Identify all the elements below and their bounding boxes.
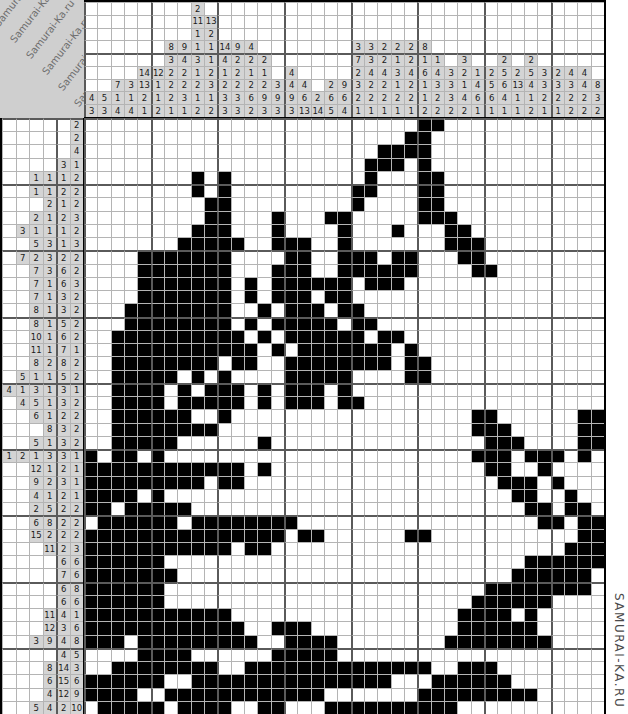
grid-cell[interactable]: [511, 264, 524, 277]
grid-cell[interactable]: [524, 383, 537, 396]
grid-cell[interactable]: [271, 436, 284, 449]
grid-cell[interactable]: [84, 317, 97, 330]
grid-cell[interactable]: [417, 356, 430, 369]
grid-cell[interactable]: [564, 343, 577, 356]
grid-cell[interactable]: [364, 224, 377, 237]
grid-cell[interactable]: [391, 423, 404, 436]
grid-cell[interactable]: [497, 317, 510, 330]
grid-cell[interactable]: [217, 184, 230, 197]
grid-cell[interactable]: [137, 330, 150, 343]
grid-cell[interactable]: [471, 582, 484, 595]
grid-cell[interactable]: [111, 330, 124, 343]
grid-cell[interactable]: [257, 635, 270, 648]
grid-cell[interactable]: [124, 462, 137, 475]
grid-cell[interactable]: [137, 197, 150, 210]
grid-cell[interactable]: [124, 648, 137, 661]
grid-cell[interactable]: [444, 317, 457, 330]
grid-cell[interactable]: [191, 423, 204, 436]
grid-cell[interactable]: [244, 197, 257, 210]
grid-cell[interactable]: [284, 396, 297, 409]
grid-cell[interactable]: [84, 184, 97, 197]
grid-cell[interactable]: [537, 515, 550, 528]
grid-cell[interactable]: [337, 595, 350, 608]
grid-cell[interactable]: [217, 158, 230, 171]
grid-cell[interactable]: [417, 237, 430, 250]
grid-cell[interactable]: [484, 502, 497, 515]
grid-cell[interactable]: [524, 303, 537, 316]
grid-cell[interactable]: [511, 197, 524, 210]
grid-cell[interactable]: [204, 648, 217, 661]
grid-cell[interactable]: [391, 568, 404, 581]
grid-cell[interactable]: [297, 118, 310, 131]
grid-cell[interactable]: [244, 330, 257, 343]
grid-cell[interactable]: [351, 330, 364, 343]
grid-cell[interactable]: [324, 674, 337, 687]
grid-cell[interactable]: [204, 515, 217, 528]
grid-cell[interactable]: [444, 356, 457, 369]
grid-cell[interactable]: [137, 621, 150, 634]
grid-cell[interactable]: [497, 529, 510, 542]
grid-cell[interactable]: [444, 449, 457, 462]
grid-cell[interactable]: [404, 370, 417, 383]
grid-cell[interactable]: [217, 462, 230, 475]
grid-cell[interactable]: [257, 436, 270, 449]
grid-cell[interactable]: [164, 409, 177, 422]
grid-cell[interactable]: [351, 436, 364, 449]
grid-cell[interactable]: [111, 688, 124, 701]
grid-cell[interactable]: [257, 476, 270, 489]
grid-cell[interactable]: [431, 674, 444, 687]
grid-cell[interactable]: [431, 476, 444, 489]
grid-cell[interactable]: [564, 701, 577, 714]
grid-cell[interactable]: [431, 383, 444, 396]
grid-cell[interactable]: [337, 290, 350, 303]
grid-cell[interactable]: [497, 502, 510, 515]
grid-cell[interactable]: [551, 674, 564, 687]
grid-cell[interactable]: [524, 621, 537, 634]
grid-cell[interactable]: [484, 250, 497, 263]
grid-cell[interactable]: [191, 264, 204, 277]
grid-cell[interactable]: [164, 264, 177, 277]
grid-cell[interactable]: [191, 489, 204, 502]
grid-cell[interactable]: [97, 224, 110, 237]
grid-cell[interactable]: [137, 290, 150, 303]
grid-cell[interactable]: [417, 489, 430, 502]
grid-cell[interactable]: [551, 489, 564, 502]
grid-cell[interactable]: [297, 158, 310, 171]
grid-cell[interactable]: [591, 688, 604, 701]
grid-cell[interactable]: [337, 648, 350, 661]
grid-cell[interactable]: [497, 250, 510, 263]
grid-cell[interactable]: [217, 489, 230, 502]
grid-cell[interactable]: [577, 396, 590, 409]
grid-cell[interactable]: [124, 582, 137, 595]
grid-cell[interactable]: [311, 290, 324, 303]
grid-cell[interactable]: [404, 555, 417, 568]
grid-cell[interactable]: [311, 621, 324, 634]
grid-cell[interactable]: [431, 555, 444, 568]
grid-cell[interactable]: [111, 555, 124, 568]
grid-cell[interactable]: [351, 383, 364, 396]
grid-cell[interactable]: [217, 688, 230, 701]
grid-cell[interactable]: [137, 661, 150, 674]
grid-cell[interactable]: [431, 436, 444, 449]
grid-cell[interactable]: [377, 303, 390, 316]
grid-cell[interactable]: [324, 476, 337, 489]
grid-cell[interactable]: [404, 118, 417, 131]
grid-cell[interactable]: [271, 608, 284, 621]
grid-cell[interactable]: [497, 449, 510, 462]
grid-cell[interactable]: [284, 582, 297, 595]
grid-cell[interactable]: [271, 542, 284, 555]
grid-cell[interactable]: [457, 290, 470, 303]
grid-cell[interactable]: [431, 317, 444, 330]
grid-cell[interactable]: [337, 396, 350, 409]
grid-cell[interactable]: [284, 423, 297, 436]
grid-cell[interactable]: [177, 648, 190, 661]
grid-cell[interactable]: [177, 356, 190, 369]
grid-cell[interactable]: [484, 144, 497, 157]
grid-cell[interactable]: [511, 515, 524, 528]
grid-cell[interactable]: [497, 131, 510, 144]
grid-cell[interactable]: [284, 317, 297, 330]
grid-cell[interactable]: [564, 356, 577, 369]
grid-cell[interactable]: [577, 330, 590, 343]
grid-cell[interactable]: [164, 224, 177, 237]
grid-cell[interactable]: [431, 661, 444, 674]
grid-cell[interactable]: [484, 290, 497, 303]
grid-cell[interactable]: [457, 224, 470, 237]
grid-cell[interactable]: [84, 237, 97, 250]
grid-cell[interactable]: [271, 635, 284, 648]
grid-cell[interactable]: [111, 423, 124, 436]
grid-cell[interactable]: [511, 502, 524, 515]
grid-cell[interactable]: [164, 131, 177, 144]
grid-cell[interactable]: [111, 197, 124, 210]
grid-cell[interactable]: [537, 264, 550, 277]
grid-cell[interactable]: [217, 595, 230, 608]
grid-cell[interactable]: [164, 303, 177, 316]
grid-cell[interactable]: [564, 635, 577, 648]
grid-cell[interactable]: [577, 197, 590, 210]
grid-cell[interactable]: [164, 330, 177, 343]
grid-cell[interactable]: [404, 529, 417, 542]
grid-cell[interactable]: [497, 489, 510, 502]
grid-cell[interactable]: [204, 330, 217, 343]
grid-cell[interactable]: [417, 343, 430, 356]
grid-cell[interactable]: [497, 476, 510, 489]
grid-cell[interactable]: [577, 688, 590, 701]
grid-cell[interactable]: [524, 674, 537, 687]
grid-cell[interactable]: [204, 237, 217, 250]
grid-cell[interactable]: [471, 144, 484, 157]
grid-cell[interactable]: [351, 515, 364, 528]
grid-cell[interactable]: [497, 370, 510, 383]
grid-cell[interactable]: [231, 436, 244, 449]
grid-cell[interactable]: [364, 356, 377, 369]
grid-cell[interactable]: [257, 356, 270, 369]
grid-cell[interactable]: [497, 330, 510, 343]
grid-cell[interactable]: [577, 489, 590, 502]
grid-cell[interactable]: [124, 529, 137, 542]
grid-cell[interactable]: [111, 476, 124, 489]
grid-cell[interactable]: [377, 144, 390, 157]
grid-cell[interactable]: [257, 264, 270, 277]
grid-cell[interactable]: [484, 542, 497, 555]
grid-cell[interactable]: [311, 674, 324, 687]
grid-cell[interactable]: [351, 171, 364, 184]
grid-cell[interactable]: [231, 118, 244, 131]
grid-cell[interactable]: [257, 158, 270, 171]
grid-cell[interactable]: [591, 184, 604, 197]
grid-cell[interactable]: [431, 423, 444, 436]
puzzle-grid[interactable]: [84, 118, 606, 714]
grid-cell[interactable]: [591, 502, 604, 515]
grid-cell[interactable]: [511, 171, 524, 184]
grid-cell[interactable]: [217, 330, 230, 343]
grid-cell[interactable]: [124, 621, 137, 634]
grid-cell[interactable]: [364, 171, 377, 184]
grid-cell[interactable]: [177, 184, 190, 197]
grid-cell[interactable]: [297, 582, 310, 595]
grid-cell[interactable]: [377, 555, 390, 568]
grid-cell[interactable]: [257, 290, 270, 303]
grid-cell[interactable]: [471, 224, 484, 237]
grid-cell[interactable]: [337, 383, 350, 396]
grid-cell[interactable]: [471, 515, 484, 528]
grid-cell[interactable]: [177, 515, 190, 528]
grid-cell[interactable]: [431, 568, 444, 581]
grid-cell[interactable]: [164, 674, 177, 687]
grid-cell[interactable]: [244, 582, 257, 595]
grid-cell[interactable]: [351, 184, 364, 197]
grid-cell[interactable]: [124, 330, 137, 343]
grid-cell[interactable]: [431, 131, 444, 144]
grid-cell[interactable]: [537, 529, 550, 542]
grid-cell[interactable]: [97, 674, 110, 687]
grid-cell[interactable]: [457, 383, 470, 396]
grid-cell[interactable]: [284, 264, 297, 277]
grid-cell[interactable]: [297, 144, 310, 157]
grid-cell[interactable]: [351, 621, 364, 634]
grid-cell[interactable]: [364, 383, 377, 396]
grid-cell[interactable]: [257, 555, 270, 568]
grid-cell[interactable]: [471, 555, 484, 568]
grid-cell[interactable]: [591, 171, 604, 184]
grid-cell[interactable]: [524, 648, 537, 661]
grid-cell[interactable]: [524, 582, 537, 595]
grid-cell[interactable]: [431, 370, 444, 383]
grid-cell[interactable]: [377, 211, 390, 224]
grid-cell[interactable]: [231, 674, 244, 687]
grid-cell[interactable]: [124, 224, 137, 237]
grid-cell[interactable]: [164, 462, 177, 475]
grid-cell[interactable]: [337, 635, 350, 648]
grid-cell[interactable]: [84, 674, 97, 687]
grid-cell[interactable]: [217, 515, 230, 528]
grid-cell[interactable]: [537, 118, 550, 131]
grid-cell[interactable]: [564, 224, 577, 237]
grid-cell[interactable]: [164, 555, 177, 568]
grid-cell[interactable]: [137, 383, 150, 396]
grid-cell[interactable]: [124, 171, 137, 184]
grid-cell[interactable]: [391, 264, 404, 277]
grid-cell[interactable]: [564, 409, 577, 422]
grid-cell[interactable]: [311, 383, 324, 396]
grid-cell[interactable]: [337, 423, 350, 436]
grid-cell[interactable]: [577, 317, 590, 330]
grid-cell[interactable]: [404, 343, 417, 356]
grid-cell[interactable]: [284, 237, 297, 250]
grid-cell[interactable]: [231, 237, 244, 250]
grid-cell[interactable]: [404, 171, 417, 184]
grid-cell[interactable]: [84, 635, 97, 648]
grid-cell[interactable]: [577, 303, 590, 316]
grid-cell[interactable]: [537, 688, 550, 701]
grid-cell[interactable]: [84, 370, 97, 383]
grid-cell[interactable]: [511, 211, 524, 224]
grid-cell[interactable]: [111, 118, 124, 131]
grid-cell[interactable]: [164, 648, 177, 661]
grid-cell[interactable]: [191, 197, 204, 210]
grid-cell[interactable]: [564, 250, 577, 263]
grid-cell[interactable]: [204, 250, 217, 263]
grid-cell[interactable]: [84, 489, 97, 502]
grid-cell[interactable]: [311, 224, 324, 237]
grid-cell[interactable]: [271, 648, 284, 661]
grid-cell[interactable]: [324, 171, 337, 184]
grid-cell[interactable]: [151, 197, 164, 210]
grid-cell[interactable]: [151, 409, 164, 422]
grid-cell[interactable]: [137, 608, 150, 621]
grid-cell[interactable]: [177, 224, 190, 237]
grid-cell[interactable]: [591, 635, 604, 648]
grid-cell[interactable]: [404, 436, 417, 449]
grid-cell[interactable]: [417, 131, 430, 144]
grid-cell[interactable]: [111, 290, 124, 303]
grid-cell[interactable]: [124, 568, 137, 581]
grid-cell[interactable]: [417, 462, 430, 475]
grid-cell[interactable]: [457, 674, 470, 687]
grid-cell[interactable]: [177, 449, 190, 462]
grid-cell[interactable]: [537, 317, 550, 330]
grid-cell[interactable]: [244, 211, 257, 224]
grid-cell[interactable]: [457, 158, 470, 171]
grid-cell[interactable]: [151, 118, 164, 131]
grid-cell[interactable]: [111, 542, 124, 555]
grid-cell[interactable]: [244, 184, 257, 197]
grid-cell[interactable]: [404, 621, 417, 634]
grid-cell[interactable]: [231, 409, 244, 422]
grid-cell[interactable]: [111, 383, 124, 396]
grid-cell[interactable]: [257, 661, 270, 674]
grid-cell[interactable]: [351, 396, 364, 409]
grid-cell[interactable]: [111, 635, 124, 648]
grid-cell[interactable]: [231, 449, 244, 462]
grid-cell[interactable]: [231, 621, 244, 634]
grid-cell[interactable]: [164, 502, 177, 515]
grid-cell[interactable]: [497, 118, 510, 131]
grid-cell[interactable]: [164, 197, 177, 210]
grid-cell[interactable]: [111, 489, 124, 502]
grid-cell[interactable]: [151, 131, 164, 144]
grid-cell[interactable]: [511, 224, 524, 237]
grid-cell[interactable]: [364, 701, 377, 714]
grid-cell[interactable]: [417, 250, 430, 263]
grid-cell[interactable]: [431, 277, 444, 290]
grid-cell[interactable]: [284, 383, 297, 396]
grid-cell[interactable]: [497, 144, 510, 157]
grid-cell[interactable]: [124, 701, 137, 714]
grid-cell[interactable]: [137, 211, 150, 224]
grid-cell[interactable]: [431, 515, 444, 528]
grid-cell[interactable]: [351, 423, 364, 436]
grid-cell[interactable]: [337, 211, 350, 224]
grid-cell[interactable]: [591, 568, 604, 581]
grid-cell[interactable]: [511, 661, 524, 674]
grid-cell[interactable]: [204, 396, 217, 409]
grid-cell[interactable]: [97, 144, 110, 157]
grid-cell[interactable]: [244, 118, 257, 131]
grid-cell[interactable]: [164, 396, 177, 409]
grid-cell[interactable]: [551, 277, 564, 290]
grid-cell[interactable]: [511, 595, 524, 608]
grid-cell[interactable]: [377, 635, 390, 648]
grid-cell[interactable]: [471, 264, 484, 277]
grid-cell[interactable]: [511, 250, 524, 263]
grid-cell[interactable]: [84, 515, 97, 528]
grid-cell[interactable]: [231, 158, 244, 171]
grid-cell[interactable]: [577, 356, 590, 369]
grid-cell[interactable]: [191, 184, 204, 197]
grid-cell[interactable]: [177, 555, 190, 568]
grid-cell[interactable]: [284, 476, 297, 489]
grid-cell[interactable]: [311, 237, 324, 250]
grid-cell[interactable]: [271, 158, 284, 171]
grid-cell[interactable]: [457, 595, 470, 608]
grid-cell[interactable]: [377, 224, 390, 237]
grid-cell[interactable]: [551, 568, 564, 581]
grid-cell[interactable]: [484, 595, 497, 608]
grid-cell[interactable]: [271, 396, 284, 409]
grid-cell[interactable]: [124, 383, 137, 396]
grid-cell[interactable]: [311, 489, 324, 502]
grid-cell[interactable]: [457, 237, 470, 250]
grid-cell[interactable]: [391, 131, 404, 144]
grid-cell[interactable]: [364, 197, 377, 210]
grid-cell[interactable]: [364, 674, 377, 687]
grid-cell[interactable]: [244, 343, 257, 356]
grid-cell[interactable]: [271, 555, 284, 568]
grid-cell[interactable]: [444, 621, 457, 634]
grid-cell[interactable]: [244, 383, 257, 396]
grid-cell[interactable]: [497, 277, 510, 290]
grid-cell[interactable]: [497, 211, 510, 224]
grid-cell[interactable]: [177, 476, 190, 489]
grid-cell[interactable]: [177, 674, 190, 687]
grid-cell[interactable]: [284, 449, 297, 462]
grid-cell[interactable]: [231, 224, 244, 237]
grid-cell[interactable]: [591, 674, 604, 687]
grid-cell[interactable]: [457, 688, 470, 701]
grid-cell[interactable]: [137, 449, 150, 462]
grid-cell[interactable]: [177, 595, 190, 608]
grid-cell[interactable]: [151, 290, 164, 303]
grid-cell[interactable]: [311, 211, 324, 224]
grid-cell[interactable]: [271, 317, 284, 330]
grid-cell[interactable]: [551, 555, 564, 568]
grid-cell[interactable]: [324, 211, 337, 224]
